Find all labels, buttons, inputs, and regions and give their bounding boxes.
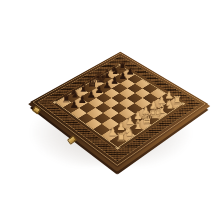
black-pawn[interactable]: ♟ [68,99,79,109]
white-rook[interactable]: ♜ [115,131,127,143]
product-photo: ♜♞♝♛♚♝♞♜♟♟♟♟♟♟♟♟♟♟♟♟♟♟♟♟♜♞♝♛♚♝♞♜ [0,0,220,200]
